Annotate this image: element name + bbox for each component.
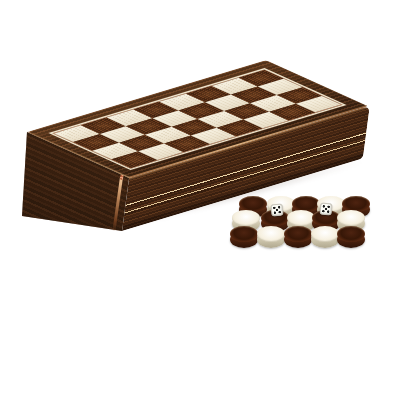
brown-checker [337,226,365,248]
white-checker [257,226,285,248]
product-photo-scene [0,0,400,400]
die [319,202,332,215]
die [270,203,283,216]
checker-top [337,226,365,242]
checker-top [287,210,315,226]
checker-top [230,226,258,242]
brown-checker [230,226,258,248]
checker-top [337,210,365,226]
brown-checker [284,226,312,248]
white-checker [311,226,339,248]
checker-top [284,226,312,242]
checker-top [311,226,339,242]
checker-top [232,210,260,226]
checker-top [257,226,285,242]
